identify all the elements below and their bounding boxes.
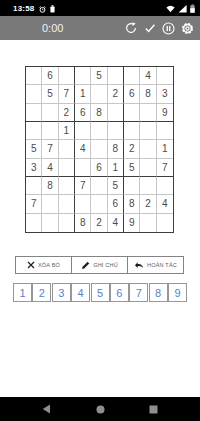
- game-toolbar: 0:00: [0, 16, 200, 40]
- cell-r1c2[interactable]: 6: [42, 67, 58, 85]
- cell-r7c5[interactable]: [91, 177, 107, 195]
- cell-r9c3[interactable]: [59, 214, 75, 232]
- cell-r7c8[interactable]: [140, 177, 156, 195]
- cell-r8c8[interactable]: 2: [140, 195, 156, 213]
- cell-r1c6[interactable]: [108, 67, 124, 85]
- cell-r1c3[interactable]: [59, 67, 75, 85]
- wifi-icon: [166, 0, 175, 17]
- cell-r9c9[interactable]: [157, 214, 173, 232]
- pause-icon[interactable]: [162, 22, 175, 35]
- status-bar: 13:58: [0, 0, 200, 16]
- cell-r4c5[interactable]: [91, 122, 107, 140]
- cell-r6c9[interactable]: 7: [157, 159, 173, 177]
- cell-r2c7[interactable]: 6: [124, 85, 140, 103]
- home-icon[interactable]: [96, 405, 105, 414]
- cell-r6c7[interactable]: 5: [124, 159, 140, 177]
- cell-r4c1[interactable]: [26, 122, 42, 140]
- cell-r4c4[interactable]: [75, 122, 91, 140]
- cell-r5c8[interactable]: [140, 140, 156, 158]
- cell-r4c7[interactable]: [124, 122, 140, 140]
- cell-r3c8[interactable]: [140, 104, 156, 122]
- cell-r9c6[interactable]: 4: [108, 214, 124, 232]
- cell-r8c2[interactable]: [42, 195, 58, 213]
- cell-r9c7[interactable]: 9: [124, 214, 140, 232]
- cell-r4c2[interactable]: [42, 122, 58, 140]
- cell-r2c8[interactable]: 8: [140, 85, 156, 103]
- cell-r6c8[interactable]: [140, 159, 156, 177]
- cell-r3c2[interactable]: [42, 104, 58, 122]
- settings-icon[interactable]: [181, 22, 194, 35]
- cell-r1c7[interactable]: [124, 67, 140, 85]
- x-icon: [27, 261, 35, 269]
- cell-r6c6[interactable]: 1: [108, 159, 124, 177]
- cell-r1c9[interactable]: [157, 67, 173, 85]
- cell-r7c7[interactable]: [124, 177, 140, 195]
- cell-r8c7[interactable]: 8: [124, 195, 140, 213]
- erase-label: XÓA BỎ: [38, 262, 60, 268]
- back-icon[interactable]: [42, 404, 51, 414]
- undo-icon: [134, 261, 144, 269]
- cell-r4c9[interactable]: [157, 122, 173, 140]
- cell-r8c6[interactable]: 6: [108, 195, 124, 213]
- action-bar: XÓA BỎ GHI CHÚ HOÀN TÁC: [15, 256, 184, 274]
- sudoku-board: 654571268326891574821346157875768248249: [25, 66, 174, 233]
- cell-r1c4[interactable]: [75, 67, 91, 85]
- numpad-button-3[interactable]: 3: [52, 283, 71, 302]
- timer: 0:00: [42, 22, 63, 34]
- cell-r3c6[interactable]: [108, 104, 124, 122]
- cell-r7c9[interactable]: [157, 177, 173, 195]
- cell-r8c4[interactable]: [75, 195, 91, 213]
- cell-r5c7[interactable]: 2: [124, 140, 140, 158]
- check-icon[interactable]: [143, 22, 156, 35]
- battery-saver-icon: [50, 0, 55, 17]
- cell-r2c3[interactable]: 7: [59, 85, 75, 103]
- numpad-button-6[interactable]: 6: [110, 283, 129, 302]
- cell-r2c5[interactable]: [91, 85, 107, 103]
- signal-icon: [178, 0, 187, 17]
- cell-r3c4[interactable]: 6: [75, 104, 91, 122]
- cell-r7c3[interactable]: [59, 177, 75, 195]
- cell-r3c3[interactable]: 2: [59, 104, 75, 122]
- cell-r9c2[interactable]: [42, 214, 58, 232]
- cell-r5c2[interactable]: 7: [42, 140, 58, 158]
- numpad-button-7[interactable]: 7: [129, 283, 148, 302]
- cell-r5c6[interactable]: 8: [108, 140, 124, 158]
- cell-r6c1[interactable]: 3: [26, 159, 42, 177]
- alarm-icon: [39, 0, 46, 17]
- cell-r7c4[interactable]: 7: [75, 177, 91, 195]
- cell-r2c4[interactable]: 1: [75, 85, 91, 103]
- cell-r9c8[interactable]: [140, 214, 156, 232]
- recents-icon[interactable]: [149, 405, 158, 414]
- cell-r4c8[interactable]: [140, 122, 156, 140]
- cell-r3c9[interactable]: 9: [157, 104, 173, 122]
- numpad-button-4[interactable]: 4: [71, 283, 90, 302]
- number-pad: 123456789: [13, 283, 187, 302]
- android-nav-bar: [0, 397, 200, 421]
- cell-r4c6[interactable]: [108, 122, 124, 140]
- cell-r8c5[interactable]: [91, 195, 107, 213]
- numpad-button-2[interactable]: 2: [32, 283, 51, 302]
- restart-icon[interactable]: [124, 22, 137, 35]
- cell-r5c5[interactable]: [91, 140, 107, 158]
- cell-r3c7[interactable]: [124, 104, 140, 122]
- numpad-button-5[interactable]: 5: [91, 283, 110, 302]
- cell-r9c1[interactable]: [26, 214, 42, 232]
- cell-r1c1[interactable]: [26, 67, 42, 85]
- cell-r2c9[interactable]: 3: [157, 85, 173, 103]
- cell-r9c5[interactable]: 2: [91, 214, 107, 232]
- notes-label: GHI CHÚ: [93, 262, 118, 268]
- pencil-icon: [81, 261, 90, 270]
- cell-r3c1[interactable]: [26, 104, 42, 122]
- cell-r7c6[interactable]: 5: [108, 177, 124, 195]
- cell-r8c9[interactable]: 4: [157, 195, 173, 213]
- numpad-button-1[interactable]: 1: [13, 283, 32, 302]
- cell-r8c1[interactable]: 7: [26, 195, 42, 213]
- cell-r2c2[interactable]: 5: [42, 85, 58, 103]
- numpad-button-8[interactable]: 8: [149, 283, 168, 302]
- battery-icon: [190, 0, 195, 17]
- cell-r4c3[interactable]: 1: [59, 122, 75, 140]
- cell-r1c5[interactable]: 5: [91, 67, 107, 85]
- undo-label: HOÀN TÁC: [147, 262, 177, 268]
- cell-r7c2[interactable]: 8: [42, 177, 58, 195]
- cell-r5c9[interactable]: 1: [157, 140, 173, 158]
- cell-r9c4[interactable]: 8: [75, 214, 91, 232]
- cell-r6c2[interactable]: 4: [42, 159, 58, 177]
- cell-r7c1[interactable]: [26, 177, 42, 195]
- status-time: 13:58: [13, 4, 34, 13]
- cell-r2c1[interactable]: [26, 85, 42, 103]
- cell-r6c3[interactable]: [59, 159, 75, 177]
- cell-r6c4[interactable]: [75, 159, 91, 177]
- cell-r8c3[interactable]: [59, 195, 75, 213]
- cell-r5c1[interactable]: 5: [26, 140, 42, 158]
- erase-button[interactable]: XÓA BỎ: [16, 257, 72, 273]
- undo-button[interactable]: HOÀN TÁC: [128, 257, 183, 273]
- cell-r6c5[interactable]: 6: [91, 159, 107, 177]
- cell-r1c8[interactable]: 4: [140, 67, 156, 85]
- cell-r5c4[interactable]: 4: [75, 140, 91, 158]
- cell-r2c6[interactable]: 2: [108, 85, 124, 103]
- numpad-button-9[interactable]: 9: [168, 283, 187, 302]
- cell-r5c3[interactable]: [59, 140, 75, 158]
- cell-r3c5[interactable]: 8: [91, 104, 107, 122]
- notes-button[interactable]: GHI CHÚ: [72, 257, 128, 273]
